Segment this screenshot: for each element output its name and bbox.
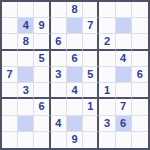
- cell-r3c6[interactable]: [83, 34, 99, 50]
- cell-r9c1[interactable]: [2, 132, 18, 148]
- cell-r9c9[interactable]: [132, 132, 148, 148]
- cell-r9c4[interactable]: [51, 132, 67, 148]
- cell-r2c5[interactable]: [67, 18, 83, 34]
- cell-r5c6[interactable]: 5: [83, 67, 99, 83]
- cell-r5c4[interactable]: 3: [51, 67, 67, 83]
- cell-r6c3[interactable]: [34, 83, 50, 99]
- cell-r9c2[interactable]: [18, 132, 34, 148]
- cell-r6c2[interactable]: 3: [18, 83, 34, 99]
- cell-r6c1[interactable]: [2, 83, 18, 99]
- cell-r2c9[interactable]: [132, 18, 148, 34]
- cell-r3c9[interactable]: [132, 34, 148, 50]
- cell-r6c6[interactable]: [83, 83, 99, 99]
- cell-r5c1[interactable]: 7: [2, 67, 18, 83]
- cell-r3c4[interactable]: 6: [51, 34, 67, 50]
- cell-r7c6[interactable]: 1: [83, 99, 99, 115]
- cell-r1c5[interactable]: 8: [67, 2, 83, 18]
- cell-r7c2[interactable]: [18, 99, 34, 115]
- cell-r4c5[interactable]: 6: [67, 51, 83, 67]
- cell-r1c9[interactable]: [132, 2, 148, 18]
- sudoku-board: 849786256473563416174369: [0, 0, 150, 150]
- cell-r4c8[interactable]: 4: [116, 51, 132, 67]
- cell-r8c5[interactable]: [67, 116, 83, 132]
- cell-r8c2[interactable]: [18, 116, 34, 132]
- cell-r4c1[interactable]: [2, 51, 18, 67]
- cell-r2c7[interactable]: [99, 18, 115, 34]
- cell-r4c4[interactable]: [51, 51, 67, 67]
- cell-r7c4[interactable]: [51, 99, 67, 115]
- cell-r6c4[interactable]: [51, 83, 67, 99]
- cell-r5c5[interactable]: [67, 67, 83, 83]
- cell-r1c4[interactable]: [51, 2, 67, 18]
- cell-r1c6[interactable]: [83, 2, 99, 18]
- cell-r5c9[interactable]: 6: [132, 67, 148, 83]
- cell-r3c2[interactable]: 8: [18, 34, 34, 50]
- cell-r7c9[interactable]: [132, 99, 148, 115]
- cell-r3c3[interactable]: [34, 34, 50, 50]
- cell-r9c7[interactable]: [99, 132, 115, 148]
- cell-r8c8[interactable]: 6: [116, 116, 132, 132]
- cell-r6c5[interactable]: 4: [67, 83, 83, 99]
- cell-r4c9[interactable]: [132, 51, 148, 67]
- cell-r7c8[interactable]: 7: [116, 99, 132, 115]
- cell-r1c2[interactable]: [18, 2, 34, 18]
- cell-r3c8[interactable]: [116, 34, 132, 50]
- cell-r7c3[interactable]: 6: [34, 99, 50, 115]
- cell-r3c7[interactable]: 2: [99, 34, 115, 50]
- cell-r6c8[interactable]: [116, 83, 132, 99]
- cell-r7c1[interactable]: [2, 99, 18, 115]
- cell-r9c5[interactable]: 9: [67, 132, 83, 148]
- cell-r4c2[interactable]: [18, 51, 34, 67]
- cell-r1c8[interactable]: [116, 2, 132, 18]
- cell-r2c3[interactable]: 9: [34, 18, 50, 34]
- cell-r1c1[interactable]: [2, 2, 18, 18]
- cell-r2c2[interactable]: 4: [18, 18, 34, 34]
- cell-r8c3[interactable]: [34, 116, 50, 132]
- cell-r3c5[interactable]: [67, 34, 83, 50]
- cell-r4c6[interactable]: [83, 51, 99, 67]
- cell-r7c7[interactable]: [99, 99, 115, 115]
- cell-r6c7[interactable]: 1: [99, 83, 115, 99]
- cell-r9c6[interactable]: [83, 132, 99, 148]
- cell-r4c7[interactable]: [99, 51, 115, 67]
- cell-r2c8[interactable]: [116, 18, 132, 34]
- cell-r8c6[interactable]: [83, 116, 99, 132]
- cell-r8c4[interactable]: 4: [51, 116, 67, 132]
- cell-r5c8[interactable]: [116, 67, 132, 83]
- cell-r3c1[interactable]: [2, 34, 18, 50]
- cell-r5c2[interactable]: [18, 67, 34, 83]
- cell-r8c9[interactable]: [132, 116, 148, 132]
- cell-r5c3[interactable]: [34, 67, 50, 83]
- cell-r9c3[interactable]: [34, 132, 50, 148]
- cell-r2c6[interactable]: 7: [83, 18, 99, 34]
- cell-r8c1[interactable]: [2, 116, 18, 132]
- cell-r2c1[interactable]: [2, 18, 18, 34]
- cell-r9c8[interactable]: [116, 132, 132, 148]
- cell-r2c4[interactable]: [51, 18, 67, 34]
- cell-r6c9[interactable]: [132, 83, 148, 99]
- cell-r7c5[interactable]: [67, 99, 83, 115]
- cell-r5c7[interactable]: [99, 67, 115, 83]
- cell-r4c3[interactable]: 5: [34, 51, 50, 67]
- cell-r1c7[interactable]: [99, 2, 115, 18]
- cell-r8c7[interactable]: 3: [99, 116, 115, 132]
- cell-r1c3[interactable]: [34, 2, 50, 18]
